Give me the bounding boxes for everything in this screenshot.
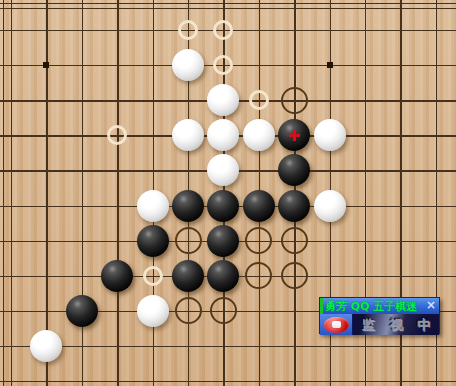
black-stone — [207, 260, 239, 292]
black-stone — [278, 190, 310, 222]
black-stone — [172, 260, 204, 292]
brown-hint-circle[interactable] — [281, 227, 308, 254]
stop-button[interactable] — [320, 314, 353, 335]
white-stone — [243, 119, 275, 151]
grid-line-v — [46, 0, 47, 386]
brown-hint-circle[interactable] — [210, 297, 237, 324]
white-stone — [137, 295, 169, 327]
star-point — [327, 62, 333, 68]
grid-line-v — [3, 0, 4, 386]
brown-hint-circle[interactable] — [281, 262, 308, 289]
black-stone — [243, 190, 275, 222]
black-stone — [278, 154, 310, 186]
brown-hint-circle[interactable] — [245, 227, 272, 254]
star-point — [43, 62, 49, 68]
black-stone — [207, 225, 239, 257]
white-stone — [172, 119, 204, 151]
red-stop-icon — [324, 317, 349, 333]
cream-hint-circle[interactable] — [178, 20, 198, 40]
status-panel: 监 视 中 — [353, 314, 439, 335]
cream-hint-circle[interactable] — [143, 266, 163, 286]
cream-hint-circle[interactable] — [249, 90, 269, 110]
black-stone — [101, 260, 133, 292]
cream-hint-circle[interactable] — [213, 20, 233, 40]
cream-hint-circle[interactable] — [213, 55, 233, 75]
grid-line-v — [82, 0, 83, 386]
white-stone — [314, 190, 346, 222]
grid-line-v — [117, 0, 118, 386]
cream-hint-circle[interactable] — [107, 125, 127, 145]
assistant-title: 勇芳 QQ 五子棋迷 — [325, 299, 417, 314]
black-stone — [172, 190, 204, 222]
black-stone — [66, 295, 98, 327]
stop-square-icon — [332, 321, 341, 328]
white-stone — [137, 190, 169, 222]
grid-line-h — [0, 381, 456, 382]
assistant-titlebar[interactable]: 勇芳 QQ 五子棋迷 × — [320, 298, 439, 314]
assistant-body: 监 视 中 — [320, 314, 439, 335]
white-stone — [314, 119, 346, 151]
close-icon[interactable]: × — [426, 298, 436, 313]
black-stone — [137, 225, 169, 257]
black-stone — [207, 190, 239, 222]
white-stone — [207, 119, 239, 151]
white-stone — [172, 49, 204, 81]
white-stone — [207, 154, 239, 186]
grid-line-h — [0, 8, 456, 9]
grid-line-h — [0, 3, 456, 4]
assistant-window: 勇芳 QQ 五子棋迷 × 监 视 中 — [319, 297, 440, 334]
black-stone-last-move — [278, 119, 310, 151]
brown-hint-circle[interactable] — [281, 87, 308, 114]
grid-line-v — [11, 0, 12, 386]
grid-line-h — [0, 346, 456, 347]
brown-hint-circle[interactable] — [175, 297, 202, 324]
green-edge-accent — [320, 298, 323, 314]
gomoku-board[interactable]: 勇芳 QQ 五子棋迷 × 监 视 中 — [0, 0, 456, 386]
brown-hint-circle[interactable] — [175, 227, 202, 254]
white-stone — [30, 330, 62, 362]
status-text: 监 视 中 — [362, 316, 435, 334]
white-stone — [207, 84, 239, 116]
brown-hint-circle[interactable] — [245, 262, 272, 289]
